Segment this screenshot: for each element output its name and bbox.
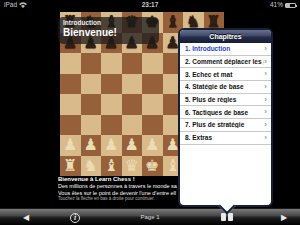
square-c2[interactable]: ♟: [101, 135, 122, 156]
status-bar: iPad 23:17 41%: [0, 0, 300, 10]
chapter-item-label: 1. Introduction: [185, 45, 264, 52]
chapter-item-3[interactable]: 3. Echec et mat›: [180, 68, 271, 81]
square-b6[interactable]: [81, 53, 102, 74]
white-pawn-icon: ♟: [81, 135, 102, 156]
chevron-right-icon: ›: [264, 69, 267, 79]
chapter-item-label: 7. Plus de stratégie: [185, 121, 264, 128]
chapter-item-label: 8. Extras: [185, 134, 264, 141]
chapter-item-4[interactable]: 4. Statégie de base›: [180, 81, 271, 94]
white-pawn-icon: ♟: [101, 135, 122, 156]
white-knight-icon: ♞: [81, 156, 102, 177]
chapter-list: 1. Introduction›2. Comment déplacer les …: [180, 43, 271, 145]
square-a2[interactable]: ♟: [60, 135, 81, 156]
chapters-popover: Chapitres 1. Introduction›2. Comment dép…: [178, 28, 273, 207]
square-a6[interactable]: [60, 53, 81, 74]
white-pawn-icon: ♟: [60, 135, 81, 156]
square-d2[interactable]: ♟: [122, 135, 143, 156]
square-d5[interactable]: [122, 74, 143, 95]
square-b1[interactable]: ♞: [81, 156, 102, 177]
page-rect-right: [228, 213, 234, 221]
square-a4[interactable]: [60, 94, 81, 115]
square-c1[interactable]: ♝: [101, 156, 122, 177]
square-e2[interactable]: ♟: [142, 135, 163, 156]
chapter-item-7[interactable]: 7. Plus de stratégie›: [180, 119, 271, 132]
chapter-item-label: 3. Echec et mat: [185, 71, 264, 78]
square-c3[interactable]: [101, 115, 122, 136]
white-pawn-icon: ♟: [142, 135, 163, 156]
page-rect-left: [221, 213, 227, 221]
square-d3[interactable]: [122, 115, 143, 136]
bottom-toolbar: ◀ i Page 1 ▶: [0, 208, 300, 225]
chapter-item-label: 2. Comment déplacer les pi…: [185, 58, 264, 65]
chapter-item-5[interactable]: 5. Plus de règles›: [180, 94, 271, 107]
chevron-right-icon: ›: [264, 82, 267, 92]
chevron-right-icon: ›: [264, 44, 267, 54]
square-e5[interactable]: [142, 74, 163, 95]
square-a5[interactable]: [60, 74, 81, 95]
chevron-right-icon: ›: [264, 57, 267, 67]
chevron-right-icon: ›: [264, 133, 267, 143]
chevron-right-icon: ›: [264, 107, 267, 117]
square-e1[interactable]: ♚: [142, 156, 163, 177]
clock: 23:17: [0, 0, 300, 10]
square-b5[interactable]: [81, 74, 102, 95]
chevron-right-icon: ›: [264, 95, 267, 105]
square-c6[interactable]: [101, 53, 122, 74]
square-e6[interactable]: [142, 53, 163, 74]
chevron-right-icon: ›: [264, 120, 267, 130]
square-b3[interactable]: [81, 115, 102, 136]
info-button[interactable]: i: [70, 213, 80, 223]
chapter-item-8[interactable]: 8. Extras›: [180, 132, 271, 145]
square-b2[interactable]: ♟: [81, 135, 102, 156]
app-screen: { "game": "chess", "app": "Learn Chess",…: [0, 0, 300, 225]
back-button[interactable]: ◀: [18, 213, 34, 222]
white-pawn-icon: ♟: [122, 135, 143, 156]
white-king-icon: ♚: [142, 156, 163, 177]
page-indicator: Page 1: [125, 214, 175, 220]
white-queen-icon: ♛: [122, 156, 143, 177]
chapter-item-1[interactable]: 1. Introduction›: [180, 43, 271, 56]
overlay-chapter-label: Introduction: [63, 19, 154, 27]
square-c4[interactable]: [101, 94, 122, 115]
intro-overlay: Introduction Bienvenue!: [58, 17, 159, 44]
chapter-item-label: 4. Statégie de base: [185, 83, 264, 90]
popover-title: Chapitres: [180, 30, 271, 43]
overlay-title: Bienvenue!: [63, 27, 154, 39]
square-a1[interactable]: ♜: [60, 156, 81, 177]
white-bishop-icon: ♝: [101, 156, 122, 177]
square-a3[interactable]: [60, 115, 81, 136]
forward-button[interactable]: ▶: [276, 213, 292, 222]
chapter-item-label: 5. Plus de règles: [185, 96, 264, 103]
square-e4[interactable]: [142, 94, 163, 115]
square-d4[interactable]: [122, 94, 143, 115]
square-c5[interactable]: [101, 74, 122, 95]
white-rook-icon: ♜: [60, 156, 81, 177]
square-e3[interactable]: [142, 115, 163, 136]
chapter-item-6[interactable]: 6. Tactiques de base›: [180, 106, 271, 119]
chapter-item-label: 6. Tactiques de base: [185, 109, 264, 116]
chapter-item-2[interactable]: 2. Comment déplacer les pi…›: [180, 56, 271, 69]
square-d6[interactable]: [122, 53, 143, 74]
square-d1[interactable]: ♛: [122, 156, 143, 177]
square-b4[interactable]: [81, 94, 102, 115]
battery-icon: [285, 3, 296, 8]
